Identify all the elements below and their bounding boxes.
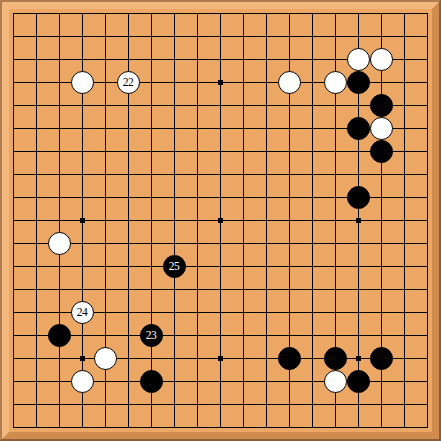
stone-white xyxy=(94,347,117,370)
star-point xyxy=(356,356,361,361)
go-board-grid[interactable]: 22242325 xyxy=(13,13,428,428)
star-point xyxy=(80,356,85,361)
stone-black xyxy=(324,347,347,370)
stone-black xyxy=(347,117,370,140)
stone-black xyxy=(370,94,393,117)
stone-white xyxy=(278,71,301,94)
stone-white xyxy=(48,232,71,255)
stone-black xyxy=(347,71,370,94)
stone-black xyxy=(370,140,393,163)
stone-white xyxy=(324,71,347,94)
stone-black xyxy=(370,347,393,370)
stone-white xyxy=(71,71,94,94)
stone-white xyxy=(347,48,370,71)
star-point xyxy=(218,218,223,223)
stone-black-move-23: 23 xyxy=(140,324,163,347)
stone-black xyxy=(278,347,301,370)
star-point xyxy=(80,218,85,223)
stone-black xyxy=(140,370,163,393)
stone-white-move-22: 22 xyxy=(117,71,140,94)
star-point xyxy=(356,218,361,223)
stone-white xyxy=(71,370,94,393)
stone-white xyxy=(324,370,347,393)
star-point xyxy=(218,356,223,361)
stone-white xyxy=(370,48,393,71)
stone-white xyxy=(370,117,393,140)
star-point xyxy=(218,80,223,85)
stone-white-move-24: 24 xyxy=(71,301,94,324)
stone-black-move-25: 25 xyxy=(163,255,186,278)
go-board[interactable]: 22242325 xyxy=(0,0,441,441)
stone-black xyxy=(347,186,370,209)
stone-black xyxy=(48,324,71,347)
stone-black xyxy=(347,370,370,393)
